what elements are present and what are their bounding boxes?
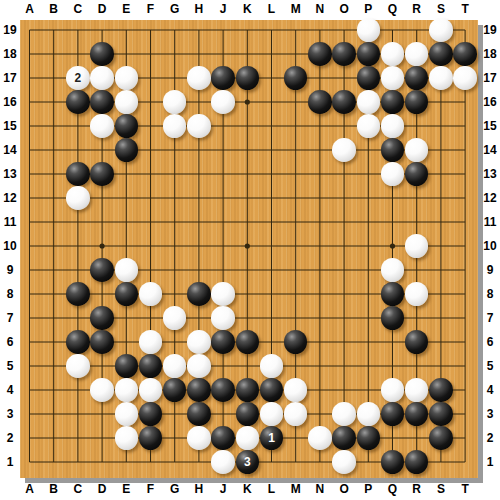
- black-stone[interactable]: [381, 306, 405, 330]
- black-stone[interactable]: [115, 354, 139, 378]
- black-stone[interactable]: [66, 282, 90, 306]
- black-stone[interactable]: [357, 66, 381, 90]
- white-stone[interactable]: [429, 66, 453, 90]
- white-stone[interactable]: [187, 330, 211, 354]
- white-stone[interactable]: [381, 258, 405, 282]
- coord-label-col: J: [220, 483, 227, 495]
- black-stone[interactable]: [236, 378, 260, 402]
- coord-label-row: 5: [480, 360, 500, 372]
- black-stone[interactable]: [381, 402, 405, 426]
- coord-label-col: G: [170, 483, 179, 495]
- white-stone[interactable]: [381, 66, 405, 90]
- black-stone[interactable]: [332, 90, 356, 114]
- coord-label-row: 4: [480, 384, 500, 396]
- white-stone[interactable]: [187, 354, 211, 378]
- coord-label-row: 1: [0, 456, 20, 468]
- coord-label-row: 14: [480, 144, 500, 156]
- white-stone[interactable]: [308, 426, 332, 450]
- coord-label-row: 9: [480, 264, 500, 276]
- coord-label-col: A: [25, 3, 34, 15]
- coord-label-row: 17: [480, 72, 500, 84]
- coord-label-col: B: [49, 483, 58, 495]
- white-stone[interactable]: [357, 402, 381, 426]
- coord-label-col: L: [268, 483, 275, 495]
- coord-label-col: T: [461, 483, 468, 495]
- coord-label-col: L: [268, 3, 275, 15]
- coord-label-row: 4: [0, 384, 20, 396]
- coord-label-col: N: [316, 483, 325, 495]
- white-stone[interactable]: [405, 282, 429, 306]
- white-stone[interactable]: [332, 138, 356, 162]
- coord-label-col: D: [98, 483, 107, 495]
- black-stone[interactable]: [405, 450, 429, 474]
- black-stone[interactable]: [90, 42, 114, 66]
- coord-label-row: 16: [0, 96, 20, 108]
- white-stone[interactable]: [405, 378, 429, 402]
- coord-label-col: E: [122, 3, 130, 15]
- white-stone[interactable]: [139, 378, 163, 402]
- coord-label-row: 13: [0, 168, 20, 180]
- coord-label-row: 19: [480, 24, 500, 36]
- coord-label-col: Q: [388, 3, 397, 15]
- coord-label-row: 6: [480, 336, 500, 348]
- black-stone[interactable]: [236, 402, 260, 426]
- coord-label-col: M: [291, 483, 301, 495]
- black-stone[interactable]: [90, 306, 114, 330]
- white-stone[interactable]: [163, 90, 187, 114]
- coord-label-col: H: [195, 483, 204, 495]
- coord-label-row: 12: [480, 192, 500, 204]
- coord-label-col: R: [412, 483, 421, 495]
- black-stone[interactable]: [429, 426, 453, 450]
- white-stone[interactable]: [90, 66, 114, 90]
- black-stone[interactable]: [381, 282, 405, 306]
- coord-label-col: S: [437, 483, 445, 495]
- black-stone[interactable]: [405, 402, 429, 426]
- white-stone[interactable]: [66, 354, 90, 378]
- coord-label-col: B: [49, 3, 58, 15]
- white-stone[interactable]: [163, 114, 187, 138]
- coord-label-col: S: [437, 3, 445, 15]
- coord-label-col: T: [461, 3, 468, 15]
- coord-label-row: 7: [0, 312, 20, 324]
- white-stone[interactable]: [381, 162, 405, 186]
- white-stone[interactable]: [115, 426, 139, 450]
- white-stone[interactable]: [284, 402, 308, 426]
- black-stone[interactable]: [429, 402, 453, 426]
- black-stone[interactable]: [187, 282, 211, 306]
- black-stone[interactable]: [405, 330, 429, 354]
- white-stone[interactable]: [236, 426, 260, 450]
- white-stone[interactable]: [284, 378, 308, 402]
- black-stone[interactable]: [308, 42, 332, 66]
- white-stone[interactable]: [139, 330, 163, 354]
- coord-label-col: O: [339, 483, 348, 495]
- coord-label-row: 19: [0, 24, 20, 36]
- black-stone[interactable]: [381, 450, 405, 474]
- coord-label-row: 10: [0, 240, 20, 252]
- black-stone[interactable]: [90, 258, 114, 282]
- black-stone[interactable]: [284, 66, 308, 90]
- white-stone[interactable]: [381, 42, 405, 66]
- move-number: 3: [244, 456, 251, 468]
- black-stone[interactable]: [405, 66, 429, 90]
- white-stone[interactable]: [405, 138, 429, 162]
- black-stone[interactable]: [405, 90, 429, 114]
- coord-label-col: K: [243, 3, 252, 15]
- coord-label-col: P: [364, 483, 372, 495]
- white-stone[interactable]: [115, 378, 139, 402]
- black-stone[interactable]: [139, 354, 163, 378]
- white-stone[interactable]: [381, 114, 405, 138]
- black-stone[interactable]: [139, 426, 163, 450]
- coord-label-row: 13: [480, 168, 500, 180]
- black-stone[interactable]: [357, 42, 381, 66]
- white-stone[interactable]: [332, 402, 356, 426]
- white-stone[interactable]: [211, 90, 235, 114]
- black-stone[interactable]: [211, 66, 235, 90]
- black-stone[interactable]: [90, 330, 114, 354]
- coord-label-col: K: [243, 483, 252, 495]
- coord-label-col: M: [291, 3, 301, 15]
- coord-label-col: Q: [388, 483, 397, 495]
- coord-label-row: 5: [0, 360, 20, 372]
- coord-label-col: G: [170, 3, 179, 15]
- coord-label-row: 10: [480, 240, 500, 252]
- white-stone[interactable]: [381, 378, 405, 402]
- coord-label-row: 3: [480, 408, 500, 420]
- black-stone[interactable]: 3: [236, 450, 260, 474]
- black-stone[interactable]: [211, 378, 235, 402]
- white-stone[interactable]: [260, 402, 284, 426]
- black-stone[interactable]: [139, 402, 163, 426]
- black-stone[interactable]: [260, 378, 284, 402]
- coord-label-row: 3: [0, 408, 20, 420]
- coord-label-row: 7: [480, 312, 500, 324]
- black-stone[interactable]: 1: [260, 426, 284, 450]
- coord-label-row: 6: [0, 336, 20, 348]
- black-stone[interactable]: [211, 330, 235, 354]
- coord-label-row: 9: [0, 264, 20, 276]
- move-number: 1: [268, 432, 275, 444]
- white-stone[interactable]: [405, 234, 429, 258]
- white-stone[interactable]: [187, 114, 211, 138]
- coord-label-col: D: [98, 3, 107, 15]
- white-stone[interactable]: [332, 450, 356, 474]
- black-stone[interactable]: [115, 282, 139, 306]
- black-stone[interactable]: [429, 42, 453, 66]
- black-stone[interactable]: [381, 90, 405, 114]
- white-stone[interactable]: [357, 90, 381, 114]
- goban[interactable]: 213: [20, 20, 478, 478]
- black-stone[interactable]: [236, 66, 260, 90]
- white-stone[interactable]: [405, 42, 429, 66]
- white-stone[interactable]: [163, 306, 187, 330]
- black-stone[interactable]: [90, 90, 114, 114]
- coord-label-row: 16: [480, 96, 500, 108]
- black-stone[interactable]: [90, 162, 114, 186]
- black-stone[interactable]: [211, 426, 235, 450]
- black-stone[interactable]: [381, 138, 405, 162]
- white-stone[interactable]: 2: [66, 66, 90, 90]
- black-stone[interactable]: [115, 114, 139, 138]
- black-stone[interactable]: [284, 330, 308, 354]
- coord-label-row: 18: [480, 48, 500, 60]
- coord-label-col: A: [25, 483, 34, 495]
- black-stone[interactable]: [332, 42, 356, 66]
- white-stone[interactable]: [211, 450, 235, 474]
- white-stone[interactable]: [357, 114, 381, 138]
- white-stone[interactable]: [66, 186, 90, 210]
- coord-label-col: F: [147, 3, 154, 15]
- white-stone[interactable]: [429, 18, 453, 42]
- coord-label-col: C: [74, 3, 83, 15]
- move-number: 2: [75, 72, 82, 84]
- white-stone[interactable]: [115, 258, 139, 282]
- black-stone[interactable]: [187, 402, 211, 426]
- coord-label-row: 1: [480, 456, 500, 468]
- white-stone[interactable]: [115, 66, 139, 90]
- black-stone[interactable]: [453, 42, 477, 66]
- coord-label-row: 2: [480, 432, 500, 444]
- black-stone[interactable]: [66, 90, 90, 114]
- coord-label-col: H: [195, 3, 204, 15]
- coord-label-col: J: [220, 3, 227, 15]
- coord-label-col: F: [147, 483, 154, 495]
- white-stone[interactable]: [211, 306, 235, 330]
- white-stone[interactable]: [115, 402, 139, 426]
- coord-label-row: 15: [0, 120, 20, 132]
- coord-label-row: 11: [0, 216, 20, 228]
- white-stone[interactable]: [453, 66, 477, 90]
- black-stone[interactable]: [429, 378, 453, 402]
- coord-label-col: O: [339, 3, 348, 15]
- coord-label-row: 15: [480, 120, 500, 132]
- black-stone[interactable]: [115, 138, 139, 162]
- go-board-diagram: 213 AABBCCDDEEFFGGHHJJKKLLMMNNOOPPQQRRSS…: [0, 0, 500, 500]
- black-stone[interactable]: [163, 378, 187, 402]
- white-stone[interactable]: [115, 90, 139, 114]
- black-stone[interactable]: [236, 330, 260, 354]
- coord-label-col: N: [316, 3, 325, 15]
- coord-label-row: 8: [480, 288, 500, 300]
- white-stone[interactable]: [211, 282, 235, 306]
- coord-label-row: 12: [0, 192, 20, 204]
- black-stone[interactable]: [66, 162, 90, 186]
- coord-label-row: 18: [0, 48, 20, 60]
- black-stone[interactable]: [187, 378, 211, 402]
- coord-label-row: 11: [480, 216, 500, 228]
- black-stone[interactable]: [308, 90, 332, 114]
- black-stone[interactable]: [405, 162, 429, 186]
- white-stone[interactable]: [90, 114, 114, 138]
- white-stone[interactable]: [163, 354, 187, 378]
- white-stone[interactable]: [139, 282, 163, 306]
- white-stone[interactable]: [187, 426, 211, 450]
- coord-label-col: P: [364, 3, 372, 15]
- coord-label-col: E: [122, 483, 130, 495]
- coord-label-col: R: [412, 3, 421, 15]
- white-stone[interactable]: [260, 354, 284, 378]
- coord-label-row: 2: [0, 432, 20, 444]
- black-stone[interactable]: [357, 426, 381, 450]
- coord-label-row: 14: [0, 144, 20, 156]
- coord-label-row: 17: [0, 72, 20, 84]
- coord-label-row: 8: [0, 288, 20, 300]
- white-stone[interactable]: [187, 66, 211, 90]
- coord-label-col: C: [74, 483, 83, 495]
- black-stone[interactable]: [332, 426, 356, 450]
- black-stone[interactable]: [66, 330, 90, 354]
- white-stone[interactable]: [90, 378, 114, 402]
- white-stone[interactable]: [357, 18, 381, 42]
